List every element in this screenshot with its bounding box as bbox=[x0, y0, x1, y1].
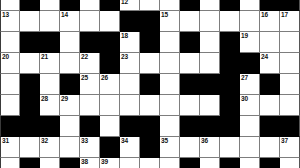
clue-number: 27 bbox=[241, 74, 248, 82]
crossword-grid[interactable]: 1213141516171819202122232425262728293031… bbox=[0, 0, 300, 168]
open-cell[interactable] bbox=[200, 158, 220, 168]
blocked-cell bbox=[0, 116, 20, 137]
blocked-cell bbox=[120, 116, 140, 137]
open-cell[interactable]: 36 bbox=[200, 137, 220, 158]
clue-number: 35 bbox=[161, 137, 168, 145]
blocked-cell bbox=[220, 74, 240, 95]
clue-number: 21 bbox=[41, 53, 48, 61]
clue-number: 13 bbox=[2, 11, 9, 19]
open-cell[interactable] bbox=[60, 116, 80, 137]
blocked-cell bbox=[220, 95, 240, 116]
open-cell[interactable] bbox=[0, 32, 20, 53]
blocked-cell bbox=[100, 32, 120, 53]
clue-number: 19 bbox=[241, 32, 248, 40]
blocked-cell bbox=[140, 116, 160, 137]
open-cell[interactable]: 16 bbox=[260, 11, 280, 32]
open-cell[interactable] bbox=[0, 0, 20, 11]
open-cell[interactable]: 33 bbox=[80, 137, 100, 158]
open-cell[interactable]: 21 bbox=[40, 53, 60, 74]
open-cell[interactable]: 23 bbox=[120, 53, 140, 74]
open-cell[interactable] bbox=[140, 158, 160, 168]
clue-number: 36 bbox=[201, 137, 208, 145]
blocked-cell bbox=[220, 116, 240, 137]
blocked-cell bbox=[280, 116, 300, 137]
open-cell[interactable] bbox=[280, 95, 300, 116]
open-cell[interactable] bbox=[240, 137, 260, 158]
clue-number: 39 bbox=[101, 158, 108, 166]
open-cell[interactable] bbox=[20, 137, 40, 158]
open-cell[interactable] bbox=[200, 32, 220, 53]
blocked-cell bbox=[20, 74, 40, 95]
open-cell[interactable]: 17 bbox=[280, 11, 300, 32]
blocked-cell bbox=[40, 116, 60, 137]
blocked-cell bbox=[260, 0, 280, 11]
clue-number: 16 bbox=[261, 11, 268, 19]
clue-number: 14 bbox=[61, 11, 68, 19]
open-cell[interactable] bbox=[160, 95, 180, 116]
open-cell[interactable] bbox=[40, 74, 60, 95]
open-cell[interactable] bbox=[280, 74, 300, 95]
open-cell[interactable]: 26 bbox=[100, 74, 120, 95]
open-cell[interactable] bbox=[40, 158, 60, 168]
open-cell[interactable] bbox=[20, 11, 40, 32]
open-cell[interactable] bbox=[200, 11, 220, 32]
open-cell[interactable] bbox=[200, 0, 220, 11]
blocked-cell bbox=[140, 74, 160, 95]
open-cell[interactable] bbox=[40, 11, 60, 32]
crossword-screenshot: 1213141516171819202122232425262728293031… bbox=[0, 0, 300, 168]
clue-number: 33 bbox=[81, 137, 88, 145]
clue-number: 32 bbox=[41, 137, 48, 145]
open-cell[interactable] bbox=[120, 95, 140, 116]
clue-number: 37 bbox=[281, 137, 288, 145]
blocked-cell bbox=[180, 158, 200, 168]
open-cell[interactable] bbox=[240, 0, 260, 11]
open-cell[interactable] bbox=[260, 32, 280, 53]
clue-number: 31 bbox=[2, 137, 9, 145]
open-cell[interactable] bbox=[0, 95, 20, 116]
blocked-cell bbox=[260, 74, 280, 95]
blocked-cell bbox=[100, 0, 120, 11]
blocked-cell bbox=[100, 53, 120, 74]
blocked-cell bbox=[200, 116, 220, 137]
open-cell[interactable] bbox=[100, 11, 120, 32]
blocked-cell bbox=[260, 116, 280, 137]
open-cell[interactable]: 39 bbox=[100, 158, 120, 168]
open-cell[interactable] bbox=[60, 137, 80, 158]
open-cell[interactable]: 30 bbox=[240, 95, 260, 116]
blocked-cell bbox=[100, 137, 120, 158]
clue-number: 38 bbox=[81, 158, 88, 166]
open-cell[interactable]: 24 bbox=[260, 53, 280, 74]
blocked-cell bbox=[240, 53, 260, 74]
blocked-cell bbox=[220, 0, 240, 11]
open-cell[interactable] bbox=[260, 137, 280, 158]
open-cell[interactable] bbox=[0, 74, 20, 95]
open-cell[interactable] bbox=[180, 95, 200, 116]
open-cell[interactable]: 32 bbox=[40, 137, 60, 158]
clue-number: 17 bbox=[281, 11, 288, 19]
open-cell[interactable]: 34 bbox=[120, 137, 140, 158]
blocked-cell bbox=[20, 32, 40, 53]
blocked-cell bbox=[80, 116, 100, 137]
open-cell[interactable] bbox=[80, 11, 100, 32]
blocked-cell bbox=[180, 0, 200, 11]
clue-number: 34 bbox=[121, 137, 128, 145]
blocked-cell bbox=[60, 158, 80, 168]
open-cell[interactable] bbox=[60, 53, 80, 74]
blocked-cell bbox=[220, 53, 240, 74]
open-cell[interactable] bbox=[0, 158, 20, 168]
open-cell[interactable]: 19 bbox=[240, 32, 260, 53]
clue-number: 26 bbox=[101, 74, 108, 82]
open-cell[interactable] bbox=[40, 0, 60, 11]
blocked-cell bbox=[180, 116, 200, 137]
open-cell[interactable]: 31 bbox=[0, 137, 20, 158]
open-cell[interactable]: 18 bbox=[120, 32, 140, 53]
open-cell[interactable] bbox=[240, 116, 260, 137]
open-cell[interactable]: 14 bbox=[60, 11, 80, 32]
open-cell[interactable] bbox=[120, 158, 140, 168]
open-cell[interactable] bbox=[240, 11, 260, 32]
blocked-cell bbox=[20, 158, 40, 168]
clue-number: 22 bbox=[81, 53, 88, 61]
open-cell[interactable]: 28 bbox=[40, 95, 60, 116]
open-cell[interactable]: 13 bbox=[0, 11, 20, 32]
open-cell[interactable] bbox=[280, 53, 300, 74]
clue-number: 12 bbox=[121, 0, 128, 6]
open-cell[interactable]: 20 bbox=[0, 53, 20, 74]
blocked-cell bbox=[120, 11, 140, 32]
open-cell[interactable] bbox=[60, 32, 80, 53]
open-cell[interactable] bbox=[220, 11, 240, 32]
open-cell[interactable] bbox=[160, 158, 180, 168]
clue-number: 29 bbox=[61, 95, 68, 103]
clue-number: 28 bbox=[41, 95, 48, 103]
open-cell[interactable] bbox=[140, 53, 160, 74]
open-cell[interactable] bbox=[140, 95, 160, 116]
open-cell[interactable]: 15 bbox=[160, 11, 180, 32]
open-cell[interactable] bbox=[120, 74, 140, 95]
open-cell[interactable] bbox=[160, 32, 180, 53]
blocked-cell bbox=[60, 74, 80, 95]
clue-number: 30 bbox=[241, 95, 248, 103]
open-cell[interactable]: 22 bbox=[80, 53, 100, 74]
blocked-cell bbox=[220, 32, 240, 53]
open-cell[interactable]: 25 bbox=[80, 74, 100, 95]
blocked-cell bbox=[80, 32, 100, 53]
clue-number: 25 bbox=[81, 74, 88, 82]
clue-number: 24 bbox=[261, 53, 268, 61]
open-cell[interactable] bbox=[280, 158, 300, 168]
open-cell[interactable] bbox=[220, 137, 240, 158]
open-cell[interactable] bbox=[160, 74, 180, 95]
clue-number: 20 bbox=[2, 53, 9, 61]
blocked-cell bbox=[260, 158, 280, 168]
blocked-cell bbox=[20, 0, 40, 11]
open-cell[interactable] bbox=[80, 0, 100, 11]
open-cell[interactable] bbox=[100, 95, 120, 116]
blocked-cell bbox=[140, 137, 160, 158]
open-cell[interactable]: 37 bbox=[280, 137, 300, 158]
blocked-cell bbox=[200, 74, 220, 95]
open-cell[interactable]: 29 bbox=[60, 95, 80, 116]
blocked-cell bbox=[220, 158, 240, 168]
open-cell[interactable] bbox=[180, 53, 200, 74]
blocked-cell bbox=[280, 0, 300, 11]
open-cell[interactable] bbox=[280, 32, 300, 53]
blocked-cell bbox=[20, 95, 40, 116]
open-cell[interactable] bbox=[200, 95, 220, 116]
open-cell[interactable] bbox=[160, 116, 180, 137]
open-cell[interactable] bbox=[100, 116, 120, 137]
open-cell[interactable] bbox=[20, 53, 40, 74]
clue-number: 23 bbox=[121, 53, 128, 61]
open-cell[interactable] bbox=[200, 53, 220, 74]
open-cell[interactable] bbox=[140, 0, 160, 11]
blocked-cell bbox=[140, 11, 160, 32]
blocked-cell bbox=[140, 32, 160, 53]
blocked-cell bbox=[20, 116, 40, 137]
open-cell[interactable]: 12 bbox=[120, 0, 140, 11]
open-cell[interactable]: 35 bbox=[160, 137, 180, 158]
blocked-cell bbox=[180, 74, 200, 95]
blocked-cell bbox=[40, 32, 60, 53]
blocked-cell bbox=[180, 32, 200, 53]
open-cell[interactable] bbox=[80, 95, 100, 116]
open-cell[interactable]: 27 bbox=[240, 74, 260, 95]
open-cell[interactable] bbox=[240, 158, 260, 168]
open-cell[interactable] bbox=[160, 53, 180, 74]
clue-number: 18 bbox=[121, 32, 128, 40]
open-cell[interactable] bbox=[180, 11, 200, 32]
open-cell[interactable] bbox=[260, 95, 280, 116]
open-cell[interactable] bbox=[180, 137, 200, 158]
open-cell[interactable] bbox=[160, 0, 180, 11]
blocked-cell bbox=[60, 0, 80, 11]
clue-number: 15 bbox=[161, 11, 168, 19]
open-cell[interactable]: 38 bbox=[80, 158, 100, 168]
